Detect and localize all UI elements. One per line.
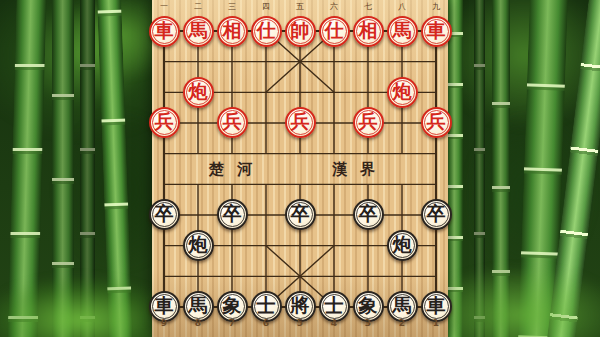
board-point[interactable] xyxy=(215,77,249,108)
piece-character: 車 xyxy=(155,21,174,40)
board-point[interactable] xyxy=(283,169,317,200)
board-point[interactable] xyxy=(317,46,351,77)
board-point[interactable] xyxy=(317,138,351,169)
piece-red-soldier[interactable]: 兵 xyxy=(421,107,452,138)
piece-character: 車 xyxy=(155,296,174,315)
board-point[interactable] xyxy=(317,108,351,139)
board-point[interactable] xyxy=(419,230,453,261)
piece-character: 馬 xyxy=(393,296,412,315)
board-point[interactable]: 卒 xyxy=(283,200,317,231)
board-point[interactable] xyxy=(419,138,453,169)
file-number-top: 三 xyxy=(215,1,249,12)
board-point[interactable] xyxy=(181,200,215,231)
board-point[interactable] xyxy=(385,169,419,200)
board-point[interactable]: 相 xyxy=(351,16,385,47)
board-point[interactable] xyxy=(283,230,317,261)
piece-character: 炮 xyxy=(393,235,412,254)
board-point[interactable] xyxy=(147,138,181,169)
board-point[interactable] xyxy=(283,77,317,108)
piece-character: 車 xyxy=(427,296,446,315)
board-point[interactable] xyxy=(385,200,419,231)
piece-red-chariot[interactable]: 車 xyxy=(421,16,452,47)
board-point[interactable] xyxy=(181,169,215,200)
piece-character: 馬 xyxy=(189,296,208,315)
file-number-bottom: 7 xyxy=(215,318,249,328)
board-point[interactable] xyxy=(419,46,453,77)
piece-red-elephant[interactable]: 相 xyxy=(217,16,248,47)
board-point[interactable] xyxy=(249,138,283,169)
piece-character: 兵 xyxy=(359,112,378,131)
board-point[interactable] xyxy=(317,77,351,108)
board-point[interactable]: 車 xyxy=(147,16,181,47)
piece-character: 象 xyxy=(223,296,242,315)
piece-red-soldier[interactable]: 兵 xyxy=(285,107,316,138)
board-point[interactable] xyxy=(249,77,283,108)
board-point[interactable] xyxy=(283,46,317,77)
board-point[interactable] xyxy=(283,138,317,169)
board-point[interactable] xyxy=(351,261,385,292)
board-point[interactable] xyxy=(249,200,283,231)
piece-red-horse[interactable]: 馬 xyxy=(387,16,418,47)
piece-character: 兵 xyxy=(291,112,310,131)
piece-character: 卒 xyxy=(427,204,446,223)
piece-character: 兵 xyxy=(155,112,174,131)
board-point[interactable]: 兵 xyxy=(147,108,181,139)
board-point[interactable] xyxy=(249,230,283,261)
board-point[interactable]: 卒 xyxy=(215,200,249,231)
piece-character: 卒 xyxy=(359,204,378,223)
board-point[interactable] xyxy=(385,261,419,292)
piece-black-soldier[interactable]: 卒 xyxy=(353,199,384,230)
board-point[interactable] xyxy=(147,77,181,108)
board-point[interactable] xyxy=(385,46,419,77)
piece-character: 炮 xyxy=(189,82,208,101)
piece-black-soldier[interactable]: 卒 xyxy=(149,199,180,230)
board-point[interactable] xyxy=(317,230,351,261)
bottom-file-numbers: 987654321 xyxy=(147,318,453,328)
board-point[interactable] xyxy=(249,46,283,77)
piece-red-chariot[interactable]: 車 xyxy=(149,16,180,47)
piece-black-soldier[interactable]: 卒 xyxy=(217,199,248,230)
piece-red-cannon[interactable]: 炮 xyxy=(387,77,418,108)
piece-red-soldier[interactable]: 兵 xyxy=(149,107,180,138)
piece-character: 相 xyxy=(223,21,242,40)
file-number-bottom: 3 xyxy=(351,318,385,328)
board-point[interactable]: 兵 xyxy=(419,108,453,139)
board-point[interactable] xyxy=(249,169,283,200)
board-point[interactable] xyxy=(317,169,351,200)
piece-character: 炮 xyxy=(393,82,412,101)
piece-black-cannon[interactable]: 炮 xyxy=(183,230,214,261)
piece-character: 馬 xyxy=(393,21,412,40)
board-point[interactable] xyxy=(181,261,215,292)
file-number-bottom: 2 xyxy=(385,318,419,328)
board-point[interactable] xyxy=(147,169,181,200)
board-point[interactable] xyxy=(419,77,453,108)
board-point[interactable]: 相 xyxy=(215,16,249,47)
board-point[interactable] xyxy=(249,108,283,139)
file-number-top: 八 xyxy=(385,1,419,12)
piece-character: 帥 xyxy=(291,21,310,40)
piece-red-elephant[interactable]: 相 xyxy=(353,16,384,47)
piece-character: 將 xyxy=(291,296,310,315)
file-number-top: 四 xyxy=(249,1,283,12)
board-point[interactable] xyxy=(351,169,385,200)
board-point[interactable] xyxy=(147,230,181,261)
piece-character: 炮 xyxy=(189,235,208,254)
file-number-top: 七 xyxy=(351,1,385,12)
piece-character: 車 xyxy=(427,21,446,40)
board-point[interactable] xyxy=(215,261,249,292)
pieces-layer: 車馬相仕帥仕相馬車炮炮兵兵兵兵兵卒卒卒卒卒炮炮車馬象士將士象馬車 xyxy=(147,16,453,323)
board-point[interactable] xyxy=(419,169,453,200)
board-point[interactable] xyxy=(351,230,385,261)
piece-character: 士 xyxy=(325,296,344,315)
xiangqi-board[interactable]: 一二三四五六七八九 楚河 漢界 車馬相仕帥仕相馬車炮炮兵兵兵兵兵卒卒卒卒卒炮炮車… xyxy=(152,0,448,337)
board-point[interactable] xyxy=(385,108,419,139)
piece-character: 卒 xyxy=(223,204,242,223)
board-point[interactable]: 兵 xyxy=(215,108,249,139)
board-point[interactable] xyxy=(181,138,215,169)
file-number-top: 二 xyxy=(181,1,215,12)
piece-character: 仕 xyxy=(257,21,276,40)
board-point[interactable]: 兵 xyxy=(283,108,317,139)
file-number-top: 五 xyxy=(283,1,317,12)
board-point[interactable] xyxy=(147,261,181,292)
piece-character: 馬 xyxy=(189,21,208,40)
board-point[interactable] xyxy=(351,46,385,77)
board-point[interactable] xyxy=(181,108,215,139)
board-point[interactable] xyxy=(215,230,249,261)
file-number-bottom: 9 xyxy=(147,318,181,328)
board-point[interactable] xyxy=(317,200,351,231)
piece-black-soldier[interactable]: 卒 xyxy=(421,199,452,230)
board-point[interactable]: 仕 xyxy=(317,16,351,47)
piece-character: 象 xyxy=(359,296,378,315)
piece-red-horse[interactable]: 馬 xyxy=(183,16,214,47)
board-point[interactable]: 卒 xyxy=(147,200,181,231)
file-number-bottom: 4 xyxy=(317,318,351,328)
board-point[interactable] xyxy=(385,138,419,169)
board-point[interactable] xyxy=(249,261,283,292)
board-point[interactable] xyxy=(351,138,385,169)
board-point[interactable]: 卒 xyxy=(419,200,453,231)
piece-black-soldier[interactable]: 卒 xyxy=(285,199,316,230)
board-point[interactable] xyxy=(283,261,317,292)
board-point[interactable]: 炮 xyxy=(181,77,215,108)
piece-black-cannon[interactable]: 炮 xyxy=(387,230,418,261)
board-point[interactable] xyxy=(181,46,215,77)
board-point[interactable] xyxy=(317,261,351,292)
board-point[interactable]: 兵 xyxy=(351,108,385,139)
piece-red-advisor[interactable]: 仕 xyxy=(251,16,282,47)
board-point[interactable] xyxy=(215,46,249,77)
piece-red-advisor[interactable]: 仕 xyxy=(319,16,350,47)
screenshot-stage: 一二三四五六七八九 楚河 漢界 車馬相仕帥仕相馬車炮炮兵兵兵兵兵卒卒卒卒卒炮炮車… xyxy=(0,0,600,337)
file-number-top: 九 xyxy=(419,1,453,12)
file-number-bottom: 8 xyxy=(181,318,215,328)
board-point[interactable]: 車 xyxy=(419,16,453,47)
piece-character: 兵 xyxy=(223,112,242,131)
board-point[interactable]: 帥 xyxy=(283,16,317,47)
piece-character: 卒 xyxy=(155,204,174,223)
board-point[interactable]: 馬 xyxy=(385,16,419,47)
board-point[interactable] xyxy=(215,169,249,200)
piece-red-general[interactable]: 帥 xyxy=(285,16,316,47)
piece-red-cannon[interactable]: 炮 xyxy=(183,77,214,108)
board-point[interactable] xyxy=(419,261,453,292)
board-point[interactable]: 炮 xyxy=(385,230,419,261)
file-number-bottom: 1 xyxy=(419,318,453,328)
board-point[interactable] xyxy=(147,46,181,77)
piece-character: 兵 xyxy=(427,112,446,131)
piece-red-soldier[interactable]: 兵 xyxy=(217,107,248,138)
piece-character: 士 xyxy=(257,296,276,315)
board-point[interactable]: 炮 xyxy=(181,230,215,261)
piece-character: 相 xyxy=(359,21,378,40)
board-point[interactable]: 仕 xyxy=(249,16,283,47)
file-number-top: 六 xyxy=(317,1,351,12)
file-number-top: 一 xyxy=(147,1,181,12)
board-point[interactable] xyxy=(215,138,249,169)
board-point[interactable]: 炮 xyxy=(385,77,419,108)
file-number-bottom: 6 xyxy=(249,318,283,328)
board-point[interactable]: 馬 xyxy=(181,16,215,47)
board-point[interactable]: 卒 xyxy=(351,200,385,231)
piece-character: 仕 xyxy=(325,21,344,40)
piece-red-soldier[interactable]: 兵 xyxy=(353,107,384,138)
piece-character: 卒 xyxy=(291,204,310,223)
board-point[interactable] xyxy=(351,77,385,108)
file-number-bottom: 5 xyxy=(283,318,317,328)
top-file-numbers: 一二三四五六七八九 xyxy=(147,1,453,12)
